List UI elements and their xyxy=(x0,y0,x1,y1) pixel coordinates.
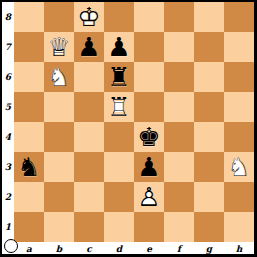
square-g4[interactable] xyxy=(194,122,224,152)
rank-label-6: 6 xyxy=(2,62,14,92)
square-c2[interactable] xyxy=(74,182,104,212)
piece-black-pawn[interactable]: ♟ xyxy=(74,32,104,62)
square-a6[interactable] xyxy=(14,62,44,92)
square-h8[interactable] xyxy=(224,2,254,32)
white-knight-outline: ♘ xyxy=(44,62,74,92)
file-label-d: d xyxy=(104,242,134,254)
piece-black-rook[interactable]: ♜ xyxy=(104,62,134,92)
square-e4[interactable]: ♚ xyxy=(134,122,164,152)
white-queen-outline: ♕ xyxy=(44,32,74,62)
square-d4[interactable] xyxy=(104,122,134,152)
square-g5[interactable] xyxy=(194,92,224,122)
piece-black-pawn[interactable]: ♟ xyxy=(134,152,164,182)
square-e8[interactable] xyxy=(134,2,164,32)
square-g1[interactable] xyxy=(194,212,224,242)
piece-white-knight[interactable]: ♞♘ xyxy=(44,62,74,92)
piece-white-pawn[interactable]: ♟♙ xyxy=(134,182,164,212)
square-e7[interactable] xyxy=(134,32,164,62)
rank-label-1: 1 xyxy=(2,212,14,242)
square-g6[interactable] xyxy=(194,62,224,92)
square-a2[interactable] xyxy=(14,182,44,212)
piece-white-rook[interactable]: ♜♖ xyxy=(104,92,134,122)
square-b7[interactable]: ♛♕ xyxy=(44,32,74,62)
square-d8[interactable] xyxy=(104,2,134,32)
square-f4[interactable] xyxy=(164,122,194,152)
square-d6[interactable]: ♜ xyxy=(104,62,134,92)
white-king-outline: ♔ xyxy=(74,2,104,32)
piece-black-knight[interactable]: ♞ xyxy=(14,152,44,182)
square-e5[interactable] xyxy=(134,92,164,122)
file-label-a: a xyxy=(14,242,44,254)
piece-white-queen[interactable]: ♛♕ xyxy=(44,32,74,62)
square-a4[interactable] xyxy=(14,122,44,152)
white-pawn-outline: ♙ xyxy=(134,182,164,212)
black-pawn-fill: ♟ xyxy=(104,32,134,62)
file-labels: abcdefgh xyxy=(14,242,254,254)
square-h7[interactable] xyxy=(224,32,254,62)
square-a7[interactable] xyxy=(14,32,44,62)
file-label-c: c xyxy=(74,242,104,254)
piece-white-king[interactable]: ♚♔ xyxy=(74,2,104,32)
file-label-b: b xyxy=(44,242,74,254)
square-b6[interactable]: ♞♘ xyxy=(44,62,74,92)
file-label-g: g xyxy=(194,242,224,254)
white-to-move-indicator xyxy=(4,239,18,253)
chess-board[interactable]: ♚♔♛♕♟♟♞♘♜♜♖♚♞♟♞♘♟♙ xyxy=(14,2,254,242)
square-g7[interactable] xyxy=(194,32,224,62)
square-f3[interactable] xyxy=(164,152,194,182)
piece-black-king[interactable]: ♚ xyxy=(134,122,164,152)
square-f8[interactable] xyxy=(164,2,194,32)
black-knight-fill: ♞ xyxy=(14,152,44,182)
square-c4[interactable] xyxy=(74,122,104,152)
white-rook-outline: ♖ xyxy=(104,92,134,122)
square-a1[interactable] xyxy=(14,212,44,242)
square-f1[interactable] xyxy=(164,212,194,242)
square-e3[interactable]: ♟ xyxy=(134,152,164,182)
square-c7[interactable]: ♟ xyxy=(74,32,104,62)
black-king-fill: ♚ xyxy=(134,122,164,152)
square-h3[interactable]: ♞♘ xyxy=(224,152,254,182)
chess-diagram: ♚♔♛♕♟♟♞♘♜♜♖♚♞♟♞♘♟♙ 87654321 abcdefgh xyxy=(2,2,254,254)
file-label-f: f xyxy=(164,242,194,254)
square-h5[interactable] xyxy=(224,92,254,122)
square-e2[interactable]: ♟♙ xyxy=(134,182,164,212)
chess-board-frame: ♚♔♛♕♟♟♞♘♜♜♖♚♞♟♞♘♟♙ 87654321 abcdefgh xyxy=(0,0,257,257)
square-f5[interactable] xyxy=(164,92,194,122)
piece-white-knight[interactable]: ♞♘ xyxy=(224,152,254,182)
square-b4[interactable] xyxy=(44,122,74,152)
rank-label-3: 3 xyxy=(2,152,14,182)
square-h2[interactable] xyxy=(224,182,254,212)
black-rook-fill: ♜ xyxy=(104,62,134,92)
square-c8[interactable]: ♚♔ xyxy=(74,2,104,32)
rank-labels: 87654321 xyxy=(2,2,14,242)
piece-black-pawn[interactable]: ♟ xyxy=(104,32,134,62)
file-label-h: h xyxy=(224,242,254,254)
square-f6[interactable] xyxy=(164,62,194,92)
square-d2[interactable] xyxy=(104,182,134,212)
rank-label-8: 8 xyxy=(2,2,14,32)
square-c5[interactable] xyxy=(74,92,104,122)
square-e6[interactable] xyxy=(134,62,164,92)
square-f7[interactable] xyxy=(164,32,194,62)
white-knight-outline: ♘ xyxy=(224,152,254,182)
square-b2[interactable] xyxy=(44,182,74,212)
black-pawn-fill: ♟ xyxy=(74,32,104,62)
square-h6[interactable] xyxy=(224,62,254,92)
square-c3[interactable] xyxy=(74,152,104,182)
square-d7[interactable]: ♟ xyxy=(104,32,134,62)
square-b8[interactable] xyxy=(44,2,74,32)
square-g2[interactable] xyxy=(194,182,224,212)
square-f2[interactable] xyxy=(164,182,194,212)
square-b5[interactable] xyxy=(44,92,74,122)
square-h1[interactable] xyxy=(224,212,254,242)
rank-label-2: 2 xyxy=(2,182,14,212)
square-d3[interactable] xyxy=(104,152,134,182)
black-pawn-fill: ♟ xyxy=(134,152,164,182)
square-a5[interactable] xyxy=(14,92,44,122)
square-e1[interactable] xyxy=(134,212,164,242)
square-c1[interactable] xyxy=(74,212,104,242)
square-h4[interactable] xyxy=(224,122,254,152)
square-d5[interactable]: ♜♖ xyxy=(104,92,134,122)
rank-label-5: 5 xyxy=(2,92,14,122)
rank-label-7: 7 xyxy=(2,32,14,62)
file-label-e: e xyxy=(134,242,164,254)
square-d1[interactable] xyxy=(104,212,134,242)
rank-label-4: 4 xyxy=(2,122,14,152)
square-a8[interactable] xyxy=(14,2,44,32)
square-b1[interactable] xyxy=(44,212,74,242)
square-c6[interactable] xyxy=(74,62,104,92)
square-b3[interactable] xyxy=(44,152,74,182)
square-g3[interactable] xyxy=(194,152,224,182)
square-a3[interactable]: ♞ xyxy=(14,152,44,182)
square-g8[interactable] xyxy=(194,2,224,32)
